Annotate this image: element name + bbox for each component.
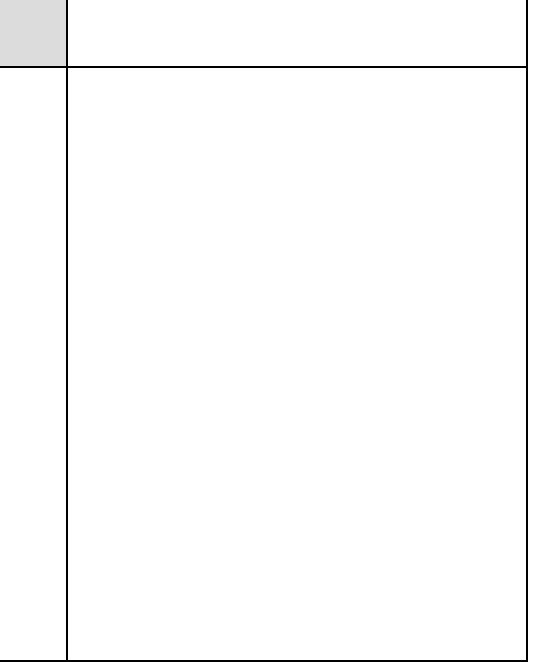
frame-line-top	[0, 66, 528, 68]
corner-watermark	[0, 0, 66, 66]
puzzle-grid[interactable]	[68, 68, 526, 661]
nonogram-puzzle	[0, 0, 549, 662]
side-watermark	[529, 286, 549, 656]
row-clues	[0, 68, 66, 661]
column-clues	[68, 0, 526, 66]
corner-watermark-text	[0, 0, 66, 51]
frame-line-right	[526, 0, 528, 662]
frame-line-left	[66, 0, 68, 662]
